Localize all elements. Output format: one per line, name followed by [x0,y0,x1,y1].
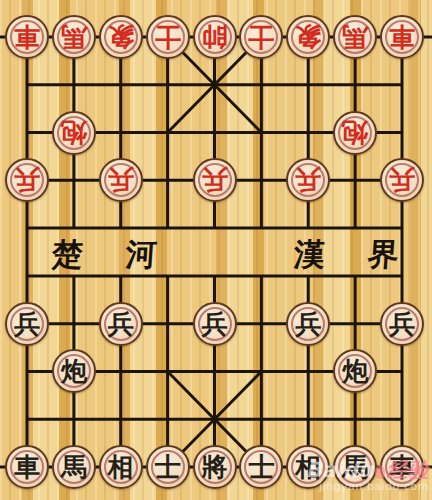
baidu-wordmark: Baidu [306,458,373,482]
piece-red-炮[interactable]: 炮 [333,111,377,155]
piece-character: 兵 [101,304,141,344]
piece-red-車[interactable]: 車 [380,15,424,59]
piece-character: 馬 [335,17,375,57]
piece-black-車[interactable]: 車 [5,445,49,489]
watermark-url: jingyan.baidu.com [306,481,429,493]
piece-black-將[interactable]: 將 [193,445,237,489]
piece-red-兵[interactable]: 兵 [286,158,330,202]
piece-character: 士 [148,17,188,57]
piece-character: 相 [101,447,141,487]
piece-character: 炮 [54,113,94,153]
piece-character: 士 [148,447,188,487]
piece-character: 車 [382,17,422,57]
piece-character: 象 [288,17,328,57]
piece-character: 帥 [195,17,235,57]
piece-black-兵[interactable]: 兵 [99,302,143,346]
piece-character: 兵 [382,304,422,344]
piece-black-士[interactable]: 士 [239,445,283,489]
piece-red-兵[interactable]: 兵 [99,158,143,202]
piece-character: 車 [7,17,47,57]
piece-black-兵[interactable]: 兵 [5,302,49,346]
piece-red-帥[interactable]: 帥 [193,15,237,59]
piece-red-士[interactable]: 士 [239,15,283,59]
piece-red-車[interactable]: 車 [5,15,49,59]
piece-character: 兵 [382,160,422,200]
baidu-paw-icon [375,465,385,479]
piece-red-士[interactable]: 士 [146,15,190,59]
piece-red-馬[interactable]: 馬 [333,15,377,59]
piece-red-炮[interactable]: 炮 [52,111,96,155]
piece-character: 兵 [7,160,47,200]
piece-black-炮[interactable]: 炮 [333,349,377,393]
piece-character: 兵 [101,160,141,200]
piece-red-兵[interactable]: 兵 [5,158,49,202]
piece-character: 象 [101,17,141,57]
piece-character: 兵 [195,304,235,344]
piece-character: 兵 [195,160,235,200]
watermark-suffix: 经验 [387,458,429,482]
piece-red-象[interactable]: 象 [286,15,330,59]
piece-red-馬[interactable]: 馬 [52,15,96,59]
piece-black-兵[interactable]: 兵 [380,302,424,346]
piece-character: 馬 [54,447,94,487]
watermark: Baidu经验 jingyan.baidu.com [306,459,429,493]
piece-black-士[interactable]: 士 [146,445,190,489]
piece-character: 將 [195,447,235,487]
piece-character: 馬 [54,17,94,57]
piece-character: 兵 [288,160,328,200]
xiangqi-board: 楚 河 漢 界 車馬象士帥士象馬車炮炮兵兵兵兵兵兵兵兵兵兵炮炮車馬相士將士相馬車… [0,0,432,500]
piece-black-兵[interactable]: 兵 [193,302,237,346]
piece-red-兵[interactable]: 兵 [193,158,237,202]
pieces-layer: 車馬象士帥士象馬車炮炮兵兵兵兵兵兵兵兵兵兵炮炮車馬相士將士相馬車 [0,0,432,500]
piece-red-象[interactable]: 象 [99,15,143,59]
piece-character: 士 [241,447,281,487]
watermark-brand: Baidu经验 [306,459,429,481]
piece-character: 炮 [335,113,375,153]
piece-character: 炮 [335,351,375,391]
piece-black-炮[interactable]: 炮 [52,349,96,393]
piece-black-兵[interactable]: 兵 [286,302,330,346]
piece-character: 車 [7,447,47,487]
piece-character: 兵 [288,304,328,344]
piece-black-相[interactable]: 相 [99,445,143,489]
piece-red-兵[interactable]: 兵 [380,158,424,202]
piece-black-馬[interactable]: 馬 [52,445,96,489]
piece-character: 兵 [7,304,47,344]
piece-character: 炮 [54,351,94,391]
piece-character: 士 [241,17,281,57]
